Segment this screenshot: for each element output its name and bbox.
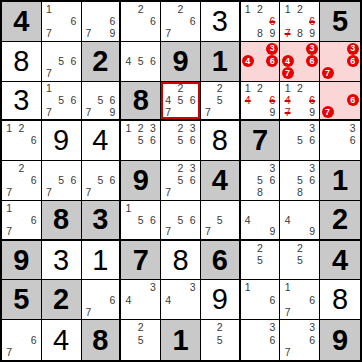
cell-r5c7[interactable]: 3568 [241, 161, 281, 201]
candidate-6: 6 [309, 135, 315, 146]
candidate-pos-4 [122, 135, 134, 147]
candidate-pos-7 [242, 67, 254, 79]
candidate-pos-5: 5 [174, 214, 186, 226]
candidate-pos-5 [334, 94, 347, 106]
cell-r6c3[interactable]: 3 [82, 201, 122, 241]
solved-digit: 4 [42, 320, 81, 360]
cell-r7c5[interactable]: 8 [161, 241, 201, 281]
candidate-7: 7 [46, 68, 52, 79]
candidate-2: 2 [178, 163, 184, 174]
candidate-pos-3 [346, 83, 359, 95]
candidate-pos-1: 1 [242, 281, 254, 293]
candidate-2: 2 [138, 123, 144, 134]
cell-r8c7[interactable]: 16 [241, 280, 281, 320]
candidate-pos-2 [94, 83, 106, 95]
candidate-pos-1: 1 [3, 122, 15, 134]
candidate-pos-7 [122, 28, 134, 40]
candidate-pos-1: 1 [43, 3, 55, 15]
candidate-pos-3 [106, 281, 118, 293]
candidate-pos-6: 6 [266, 334, 278, 347]
candidate-pos-7: 7 [321, 106, 334, 118]
cell-r4c7[interactable]: 7 [241, 121, 281, 161]
cell-r3c3[interactable]: 5679 [82, 82, 122, 122]
cell-r5c5[interactable]: 23567 [161, 161, 201, 201]
cell-r2c5[interactable]: 9 [161, 42, 201, 82]
candidate-pos-3 [106, 83, 118, 95]
cell-r6c1[interactable]: 167 [2, 201, 42, 241]
candidate-6: 6 [31, 335, 37, 346]
candidate-4-eliminated: 4 [244, 95, 252, 106]
cell-r4c6[interactable]: 8 [201, 121, 241, 161]
given-digit: 8 [121, 82, 160, 120]
candidate-pos-9 [266, 306, 278, 318]
candidate-pos-5 [254, 334, 266, 347]
candidate-pos-7 [202, 346, 214, 359]
cell-r4c1[interactable]: 126 [2, 121, 42, 161]
cell-r4c9[interactable]: 36 [320, 121, 360, 161]
candidate-pos-2 [55, 83, 67, 95]
candidate-grid: 679 [83, 3, 119, 40]
candidate-3-circled: 3 [306, 43, 318, 55]
candidate-pos-3 [28, 122, 40, 134]
candidate-grid: 24567 [162, 83, 199, 119]
candidate-pos-5 [15, 135, 27, 147]
candidate-pos-3: 3 [346, 122, 359, 134]
candidate-pos-8 [55, 106, 67, 118]
cell-r2c2[interactable]: 567 [42, 42, 82, 82]
candidate-pos-2: 2 [174, 122, 186, 134]
candidate-5: 5 [178, 175, 184, 186]
cell-r5c1[interactable]: 267 [2, 161, 42, 201]
candidate-pos-5: 5 [214, 94, 226, 106]
candidate-1: 1 [46, 4, 52, 15]
candidate-3: 3 [190, 123, 196, 134]
cell-r3c5[interactable]: 24567 [161, 82, 201, 122]
candidate-7: 7 [285, 307, 291, 318]
cell-r9c7[interactable]: 36 [241, 320, 281, 360]
candidate-pos-1 [242, 242, 254, 254]
candidate-5: 5 [98, 95, 104, 106]
cell-r9c1[interactable]: 67 [2, 320, 42, 360]
candidate-pos-8 [15, 147, 27, 159]
candidate-grid: 367 [281, 321, 318, 359]
candidate-pos-7: 7 [162, 106, 174, 118]
given-digit: 9 [161, 42, 200, 81]
candidate-pos-3: 3 [306, 321, 318, 334]
candidate-pos-1 [43, 162, 55, 174]
candidate-grid: 67 [83, 281, 119, 318]
candidate-5: 5 [58, 175, 64, 186]
candidate-pos-8 [174, 306, 186, 318]
candidate-pos-3 [28, 202, 40, 214]
cell-r5c4[interactable]: 9 [121, 161, 161, 201]
candidate-7: 7 [165, 107, 171, 118]
candidate-pos-5 [135, 294, 147, 306]
cell-r1c6[interactable]: 3 [201, 2, 241, 42]
cell-r5c6[interactable]: 4 [201, 161, 241, 201]
cell-r1c7[interactable]: 12689 [241, 2, 281, 42]
cell-r6c5[interactable]: 567 [161, 201, 201, 241]
candidate-pos-9 [187, 226, 199, 238]
candidate-2: 2 [257, 243, 263, 254]
candidate-pos-6: 6 [346, 55, 359, 67]
candidate-pos-3: 3 [187, 122, 199, 134]
candidate-pos-8: 8 [294, 187, 306, 199]
cell-r7c3[interactable]: 1 [82, 241, 122, 281]
candidate-pos-9 [106, 306, 118, 318]
given-digit: 6 [201, 241, 239, 280]
candidate-pos-8: 8 [254, 28, 266, 40]
candidate-pos-9 [28, 226, 40, 238]
candidate-pos-6: 6 [346, 135, 359, 147]
cell-r5c8[interactable]: 3568 [280, 161, 320, 201]
cell-r6c4[interactable]: 156 [121, 201, 161, 241]
cell-r3c9[interactable]: 67 [320, 82, 360, 122]
candidate-pos-2: 2 [254, 3, 266, 15]
candidate-pos-8 [294, 346, 306, 359]
cell-r9c3[interactable]: 8 [82, 320, 122, 360]
candidate-pos-5 [294, 214, 306, 226]
candidate-9: 9 [269, 107, 275, 118]
cell-r5c9[interactable]: 1 [320, 161, 360, 201]
candidate-pos-8 [334, 147, 347, 159]
cell-r9c6[interactable]: 25 [201, 320, 241, 360]
candidate-1: 1 [126, 203, 132, 214]
candidate-pos-7 [242, 226, 254, 238]
candidate-pos-9 [306, 147, 318, 159]
cell-r7c9[interactable]: 4 [320, 241, 360, 281]
candidate-pos-2 [94, 3, 106, 15]
candidate-pos-9 [147, 226, 159, 238]
cell-r3c6[interactable]: 257 [201, 82, 241, 122]
cell-r9c8[interactable]: 367 [280, 320, 320, 360]
candidate-pos-5: 5 [174, 174, 186, 186]
cell-r8c1[interactable]: 5 [2, 280, 42, 320]
candidate-pos-7 [122, 147, 134, 159]
cell-r8c4[interactable]: 34 [121, 280, 161, 320]
cell-r6c8[interactable]: 49 [280, 201, 320, 241]
candidate-pos-5: 5 [94, 94, 106, 106]
candidate-pos-4 [3, 135, 15, 147]
cell-r1c8[interactable]: 126789 [280, 2, 320, 42]
cell-r2c7[interactable]: 346 [241, 42, 281, 82]
candidate-pos-3 [67, 3, 79, 15]
cell-r2c1[interactable]: 8 [2, 42, 42, 82]
candidate-7: 7 [6, 226, 12, 237]
candidate-7: 7 [205, 226, 211, 237]
candidate-6-eliminated: 6 [308, 95, 316, 106]
cell-r9c9[interactable]: 9 [320, 320, 360, 360]
cell-r5c2[interactable]: 567 [42, 161, 82, 201]
candidate-pos-3 [147, 43, 159, 55]
candidate-4: 4 [165, 295, 171, 306]
cell-r9c2[interactable]: 4 [42, 320, 82, 360]
candidate-pos-6 [147, 294, 159, 306]
candidate-4-circled: 4 [242, 55, 254, 67]
candidate-9: 9 [109, 107, 115, 118]
candidate-pos-8 [174, 147, 186, 159]
candidate-grid: 25 [242, 242, 279, 279]
candidate-pos-6: 6 [266, 55, 278, 67]
candidate-pos-2 [334, 43, 347, 55]
cell-r6c2[interactable]: 8 [42, 201, 82, 241]
cell-r1c9[interactable]: 5 [320, 2, 360, 42]
candidate-1: 1 [6, 123, 12, 134]
candidate-grid: 3467 [281, 43, 318, 80]
cell-r2c6[interactable]: 1 [201, 42, 241, 82]
candidate-pos-5 [294, 15, 306, 27]
candidate-pos-4: 4 [242, 55, 254, 67]
candidate-pos-9 [28, 346, 40, 359]
candidate-5: 5 [217, 335, 223, 346]
cell-r7c6[interactable]: 6 [201, 241, 241, 281]
cell-r3c2[interactable]: 1567 [42, 82, 82, 122]
candidate-pos-1: 1 [281, 3, 293, 15]
candidate-pos-1 [122, 281, 134, 293]
given-digit: 1 [161, 320, 200, 360]
cell-r1c2[interactable]: 167 [42, 2, 82, 42]
candidate-pos-8 [294, 306, 306, 318]
candidate-pos-6: 6 [306, 135, 318, 147]
candidate-1: 1 [285, 4, 291, 15]
cell-r4c5[interactable]: 2356 [161, 121, 201, 161]
candidate-pos-6: 6 [67, 94, 79, 106]
candidate-6: 6 [190, 16, 196, 27]
cell-r9c4[interactable]: 25 [121, 320, 161, 360]
candidate-pos-5 [254, 15, 266, 27]
cell-r4c4[interactable]: 12356 [121, 121, 161, 161]
candidate-pos-9 [147, 28, 159, 40]
cell-r6c6[interactable]: 57 [201, 201, 241, 241]
candidate-3: 3 [150, 282, 156, 293]
candidate-pos-1: 1 [122, 202, 134, 214]
candidate-pos-7 [242, 106, 254, 118]
candidate-pos-5: 5 [135, 55, 147, 67]
cell-r3c1[interactable]: 3 [2, 82, 42, 122]
candidate-pos-4 [321, 94, 334, 106]
candidate-pos-6: 6 [306, 294, 318, 306]
cell-r5c3[interactable]: 567 [82, 161, 122, 201]
cell-r2c4[interactable]: 456 [121, 42, 161, 82]
cell-r2c9[interactable]: 367 [320, 42, 360, 82]
solved-digit: 8 [320, 280, 360, 319]
cell-r6c7[interactable]: 49 [241, 201, 281, 241]
candidate-pos-3 [147, 202, 159, 214]
candidate-pos-4 [281, 294, 293, 306]
cell-r7c1[interactable]: 9 [2, 241, 42, 281]
solved-digit: 8 [201, 121, 239, 160]
candidate-pos-4 [281, 174, 293, 186]
cell-r6c9[interactable]: 2 [320, 201, 360, 241]
candidate-7: 7 [165, 226, 171, 237]
candidate-pos-4 [43, 15, 55, 27]
candidate-pos-1: 1 [122, 122, 134, 134]
candidate-7-eliminated: 7 [284, 107, 292, 118]
candidate-pos-1 [162, 83, 174, 95]
candidate-6: 6 [309, 335, 315, 346]
candidate-1: 1 [285, 282, 291, 293]
candidate-grid: 23567 [162, 162, 199, 199]
candidate-pos-8 [254, 106, 266, 118]
candidate-pos-2 [55, 3, 67, 15]
candidate-pos-6: 6 [67, 15, 79, 27]
candidate-pos-7 [122, 226, 134, 238]
candidate-pos-4 [281, 334, 293, 347]
candidate-pos-9 [346, 106, 359, 118]
candidate-pos-6: 6 [147, 214, 159, 226]
cell-r9c5[interactable]: 1 [161, 320, 201, 360]
candidate-pos-1: 1 [43, 83, 55, 95]
cell-r8c5[interactable]: 34 [161, 280, 201, 320]
candidate-pos-4: 4 [162, 294, 174, 306]
cell-r2c8[interactable]: 3467 [280, 42, 320, 82]
candidate-pos-9 [67, 28, 79, 40]
candidate-pos-5: 5 [55, 94, 67, 106]
candidate-pos-9 [226, 346, 238, 359]
candidate-pos-6: 6 [266, 294, 278, 306]
candidate-pos-6: 6 [28, 174, 40, 186]
candidate-pos-2 [135, 43, 147, 55]
candidate-7-eliminated: 7 [284, 28, 292, 39]
candidate-pos-9 [187, 187, 199, 199]
cell-r1c5[interactable]: 267 [161, 2, 201, 42]
candidate-pos-7 [162, 147, 174, 159]
candidate-pos-1 [162, 202, 174, 214]
cell-r3c8[interactable]: 124679 [280, 82, 320, 122]
cell-r8c6[interactable]: 9 [201, 280, 241, 320]
candidate-pos-8 [94, 28, 106, 40]
candidate-pos-7: 7 [43, 28, 55, 40]
candidate-grid: 156 [122, 202, 159, 238]
candidate-6: 6 [269, 295, 275, 306]
candidate-pos-1 [242, 321, 254, 334]
candidate-2: 2 [18, 163, 24, 174]
candidate-pos-5 [94, 294, 106, 306]
candidate-pos-8 [94, 106, 106, 118]
candidate-pos-5 [15, 174, 27, 186]
candidate-6: 6 [190, 215, 196, 226]
candidate-grid: 257 [202, 83, 238, 119]
cell-r1c3[interactable]: 679 [82, 2, 122, 42]
candidate-grid: 167 [43, 3, 80, 40]
cell-r4c3[interactable]: 4 [82, 121, 122, 161]
candidate-pos-4 [3, 214, 15, 226]
cell-r8c2[interactable]: 2 [42, 280, 82, 320]
candidate-pos-7 [242, 346, 254, 359]
candidate-5: 5 [138, 215, 144, 226]
candidate-pos-5 [174, 294, 186, 306]
candidate-2: 2 [18, 123, 24, 134]
candidate-7: 7 [6, 347, 12, 358]
candidate-8: 8 [257, 187, 263, 198]
candidate-pos-9: 9 [106, 28, 118, 40]
candidate-3-circled: 3 [266, 43, 278, 55]
cell-r4c2[interactable]: 9 [42, 121, 82, 161]
candidate-6: 6 [109, 16, 115, 27]
candidate-pos-6 [187, 294, 199, 306]
candidate-pos-5 [94, 15, 106, 27]
candidate-pos-9: 9 [266, 106, 278, 118]
cell-r7c8[interactable]: 25 [280, 241, 320, 281]
candidate-7: 7 [46, 107, 52, 118]
candidate-pos-9 [266, 67, 278, 79]
given-digit: 9 [121, 161, 160, 200]
candidate-pos-2: 2 [15, 122, 27, 134]
candidate-grid: 3568 [281, 162, 318, 199]
candidate-1: 1 [245, 83, 251, 94]
candidate-5: 5 [297, 135, 303, 146]
candidate-pos-6: 6 [147, 15, 159, 27]
candidate-pos-1: 1 [281, 83, 293, 95]
candidate-5: 5 [138, 335, 144, 346]
candidate-pos-5: 5 [135, 135, 147, 147]
candidate-pos-1 [281, 162, 293, 174]
candidate-pos-6: 6 [106, 294, 118, 306]
cell-r7c7[interactable]: 25 [241, 241, 281, 281]
given-digit: 1 [320, 161, 360, 200]
candidate-pos-7 [281, 147, 293, 159]
candidate-5: 5 [297, 255, 303, 266]
candidate-1: 1 [245, 282, 251, 293]
candidate-pos-9 [147, 306, 159, 318]
cell-r7c4[interactable]: 7 [121, 241, 161, 281]
given-digit: 2 [42, 280, 81, 319]
candidate-pos-8 [15, 187, 27, 199]
candidate-1: 1 [285, 83, 291, 94]
candidate-2: 2 [257, 4, 263, 15]
candidate-8: 8 [297, 187, 303, 198]
cell-r3c4[interactable]: 8 [121, 82, 161, 122]
candidate-pos-5 [15, 214, 27, 226]
cell-r8c9[interactable]: 8 [320, 280, 360, 320]
candidate-pos-5 [294, 55, 306, 67]
cell-r2c3[interactable]: 2 [82, 42, 122, 82]
candidate-pos-3 [187, 3, 199, 15]
cell-r8c3[interactable]: 67 [82, 280, 122, 320]
candidate-pos-4 [281, 254, 293, 266]
candidate-3-circled: 3 [347, 43, 359, 55]
candidate-pos-7: 7 [202, 226, 214, 238]
candidate-pos-5: 5 [254, 254, 266, 266]
candidate-6: 6 [109, 175, 115, 186]
candidate-pos-4 [83, 15, 95, 27]
cell-r4c8[interactable]: 356 [280, 121, 320, 161]
candidate-pos-7 [3, 147, 15, 159]
candidate-pos-5: 5 [94, 174, 106, 186]
candidate-pos-5: 5 [214, 334, 226, 347]
candidate-pos-5 [294, 94, 306, 106]
cell-r7c2[interactable]: 3 [42, 241, 82, 281]
cell-r8c8[interactable]: 167 [280, 280, 320, 320]
cell-r1c1[interactable]: 4 [2, 2, 42, 42]
candidate-pos-2: 2 [214, 83, 226, 95]
candidate-6: 6 [150, 56, 156, 67]
candidate-pos-1 [162, 122, 174, 134]
cell-r3c7[interactable]: 12469 [241, 82, 281, 122]
candidate-grid: 267 [162, 3, 199, 40]
candidate-pos-1 [43, 43, 55, 55]
candidate-pos-2 [135, 281, 147, 293]
candidate-9: 9 [269, 28, 275, 39]
candidate-pos-2: 2 [294, 3, 306, 15]
candidate-pos-6: 6 [187, 94, 199, 106]
candidate-pos-9 [147, 147, 159, 159]
candidate-pos-4: 4 [122, 55, 134, 67]
cell-r1c4[interactable]: 26 [121, 2, 161, 42]
candidate-pos-1 [83, 83, 95, 95]
candidate-pos-7 [242, 187, 254, 199]
candidate-grid: 1567 [43, 83, 80, 119]
